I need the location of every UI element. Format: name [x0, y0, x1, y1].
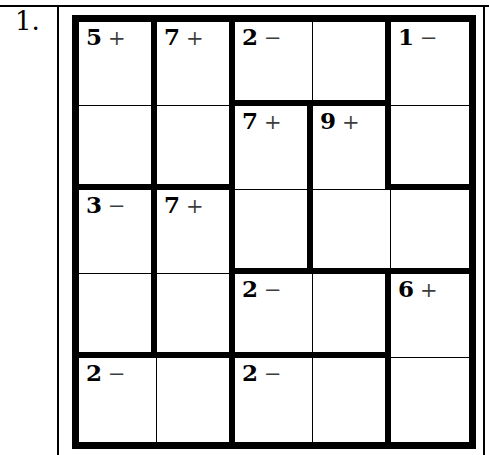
- cage-operator: −: [108, 194, 126, 218]
- cell-r4c1[interactable]: [79, 274, 157, 358]
- cell-r2c2[interactable]: [157, 106, 235, 190]
- cage-operator: −: [264, 26, 282, 50]
- cage-clue-r1c3: 2−: [242, 24, 282, 50]
- cage-clue-r3c1: 3−: [86, 192, 126, 218]
- cell-r1c2[interactable]: 7+: [157, 22, 235, 106]
- table-column-separator: [57, 5, 59, 455]
- cell-r1c3[interactable]: 2−: [235, 22, 313, 106]
- cage-clue-r1c1: 5+: [86, 24, 126, 50]
- cage-target: 2: [242, 359, 258, 386]
- cell-r3c2[interactable]: 7+: [157, 190, 235, 274]
- cage-operator: +: [264, 110, 282, 134]
- cell-r2c4[interactable]: 9+: [313, 106, 391, 190]
- cage-operator: −: [108, 362, 126, 386]
- cell-r5c4[interactable]: [313, 358, 391, 442]
- cell-r3c5[interactable]: [391, 190, 469, 274]
- cage-target: 1: [398, 23, 414, 50]
- cage-operator: +: [342, 110, 360, 134]
- board: 5+7+2−1−7+9+3−7+2−6+2−2−: [72, 15, 476, 449]
- cage-target: 7: [164, 23, 180, 50]
- cell-r5c5[interactable]: [391, 358, 469, 442]
- cage-clue-r5c3: 2−: [242, 360, 282, 386]
- cage-operator: −: [264, 278, 282, 302]
- cell-r3c4[interactable]: [313, 190, 391, 274]
- cage-target: 3: [86, 191, 102, 218]
- cell-r5c2[interactable]: [157, 358, 235, 442]
- cage-clue-r1c5: 1−: [398, 24, 438, 50]
- cage-operator: −: [264, 362, 282, 386]
- cage-operator: +: [186, 26, 204, 50]
- cage-clue-r2c3: 7+: [242, 108, 282, 134]
- cage-target: 9: [320, 107, 336, 134]
- cell-r1c1[interactable]: 5+: [79, 22, 157, 106]
- cell-r1c4[interactable]: [313, 22, 391, 106]
- cage-clue-r4c3: 2−: [242, 276, 282, 302]
- table-border-top: [0, 5, 489, 7]
- cage-target: 2: [242, 275, 258, 302]
- cell-r2c3[interactable]: 7+: [235, 106, 313, 190]
- cage-target: 7: [242, 107, 258, 134]
- cage-clue-r1c2: 7+: [164, 24, 204, 50]
- cell-r5c3[interactable]: 2−: [235, 358, 313, 442]
- worksheet-page: 1. 5+7+2−1−7+9+3−7+2−6+2−2−: [0, 0, 489, 455]
- cell-r1c5[interactable]: 1−: [391, 22, 469, 106]
- puzzle-number-label: 1.: [15, 7, 40, 36]
- cell-r4c4[interactable]: [313, 274, 391, 358]
- cage-clue-r5c1: 2−: [86, 360, 126, 386]
- cage-target: 7: [164, 191, 180, 218]
- cell-r2c5[interactable]: [391, 106, 469, 190]
- cage-target: 5: [86, 23, 102, 50]
- table-border-right: [483, 5, 485, 455]
- cage-target: 6: [398, 275, 414, 302]
- cell-r5c1[interactable]: 2−: [79, 358, 157, 442]
- cage-operator: +: [186, 194, 204, 218]
- cell-r4c3[interactable]: 2−: [235, 274, 313, 358]
- cell-r3c3[interactable]: [235, 190, 313, 274]
- cage-target: 2: [242, 23, 258, 50]
- cage-clue-r2c4: 9+: [320, 108, 360, 134]
- cell-r3c1[interactable]: 3−: [79, 190, 157, 274]
- cage-clue-r3c2: 7+: [164, 192, 204, 218]
- cage-operator: +: [108, 26, 126, 50]
- cage-operator: −: [420, 26, 438, 50]
- cage-operator: +: [420, 278, 438, 302]
- cell-r4c5[interactable]: 6+: [391, 274, 469, 358]
- cell-r4c2[interactable]: [157, 274, 235, 358]
- cage-clue-r4c5: 6+: [398, 276, 438, 302]
- cell-r2c1[interactable]: [79, 106, 157, 190]
- cage-target: 2: [86, 359, 102, 386]
